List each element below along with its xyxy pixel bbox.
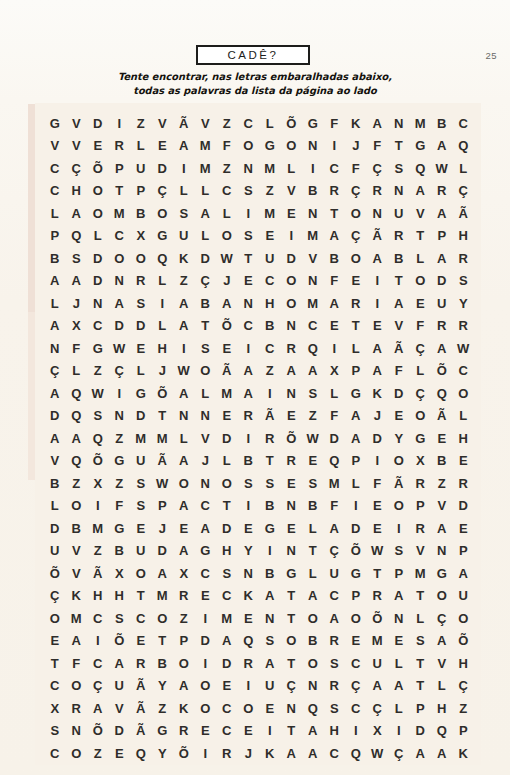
- grid-cell[interactable]: Z: [216, 157, 238, 180]
- grid-cell[interactable]: B: [324, 247, 346, 270]
- grid-cell[interactable]: E: [238, 270, 260, 293]
- grid-cell[interactable]: S: [388, 540, 410, 563]
- grid-cell[interactable]: D: [87, 112, 109, 135]
- grid-cell[interactable]: X: [173, 562, 195, 585]
- grid-cell[interactable]: S: [453, 270, 475, 293]
- grid-cell[interactable]: R: [173, 585, 195, 608]
- grid-cell[interactable]: S: [259, 472, 281, 495]
- grid-cell[interactable]: N: [109, 405, 131, 428]
- grid-cell[interactable]: S: [302, 472, 324, 495]
- grid-cell[interactable]: Õ: [87, 450, 109, 473]
- grid-cell[interactable]: A: [367, 360, 389, 383]
- grid-cell[interactable]: H: [66, 180, 88, 203]
- grid-cell[interactable]: B: [238, 450, 260, 473]
- grid-cell[interactable]: R: [281, 450, 303, 473]
- grid-cell[interactable]: A: [367, 112, 389, 135]
- grid-cell[interactable]: I: [238, 427, 260, 450]
- grid-cell[interactable]: M: [87, 517, 109, 540]
- grid-cell[interactable]: T: [195, 315, 217, 338]
- grid-cell[interactable]: A: [453, 562, 475, 585]
- grid-cell[interactable]: I: [109, 382, 131, 405]
- grid-cell[interactable]: W: [431, 157, 453, 180]
- grid-cell[interactable]: Z: [152, 697, 174, 720]
- grid-cell[interactable]: G: [109, 517, 131, 540]
- grid-cell[interactable]: O: [173, 652, 195, 675]
- grid-cell[interactable]: E: [345, 270, 367, 293]
- grid-cell[interactable]: L: [66, 360, 88, 383]
- grid-cell[interactable]: Õ: [281, 427, 303, 450]
- grid-cell[interactable]: O: [281, 135, 303, 158]
- grid-cell[interactable]: Õ: [87, 157, 109, 180]
- grid-cell[interactable]: O: [216, 225, 238, 248]
- grid-cell[interactable]: D: [410, 720, 432, 743]
- grid-cell[interactable]: A: [410, 742, 432, 765]
- grid-cell[interactable]: A: [324, 225, 346, 248]
- grid-cell[interactable]: U: [130, 450, 152, 473]
- grid-cell[interactable]: C: [87, 607, 109, 630]
- grid-cell[interactable]: O: [173, 472, 195, 495]
- grid-cell[interactable]: R: [453, 472, 475, 495]
- grid-cell[interactable]: Õ: [44, 562, 66, 585]
- grid-cell[interactable]: A: [173, 315, 195, 338]
- grid-cell[interactable]: J: [238, 742, 260, 765]
- grid-cell[interactable]: Q: [66, 382, 88, 405]
- grid-cell[interactable]: N: [195, 472, 217, 495]
- grid-cell[interactable]: O: [388, 495, 410, 518]
- grid-cell[interactable]: E: [410, 292, 432, 315]
- grid-cell[interactable]: W: [216, 247, 238, 270]
- grid-cell[interactable]: A: [216, 630, 238, 653]
- grid-cell[interactable]: Y: [238, 540, 260, 563]
- grid-cell[interactable]: A: [431, 202, 453, 225]
- grid-cell[interactable]: E: [281, 405, 303, 428]
- grid-cell[interactable]: M: [152, 427, 174, 450]
- grid-cell[interactable]: T: [281, 652, 303, 675]
- grid-cell[interactable]: M: [302, 292, 324, 315]
- grid-cell[interactable]: F: [66, 652, 88, 675]
- grid-cell[interactable]: I: [173, 157, 195, 180]
- grid-cell[interactable]: O: [66, 742, 88, 765]
- grid-cell[interactable]: D: [216, 652, 238, 675]
- grid-cell[interactable]: S: [44, 720, 66, 743]
- grid-cell[interactable]: S: [130, 495, 152, 518]
- grid-cell[interactable]: Z: [109, 427, 131, 450]
- grid-cell[interactable]: T: [388, 135, 410, 158]
- grid-cell[interactable]: B: [259, 315, 281, 338]
- grid-cell[interactable]: H: [259, 292, 281, 315]
- grid-cell[interactable]: Q: [152, 247, 174, 270]
- grid-cell[interactable]: A: [431, 247, 453, 270]
- grid-cell[interactable]: I: [238, 202, 260, 225]
- grid-cell[interactable]: B: [44, 472, 66, 495]
- grid-cell[interactable]: P: [130, 180, 152, 203]
- grid-cell[interactable]: L: [152, 315, 174, 338]
- grid-cell[interactable]: L: [195, 180, 217, 203]
- grid-cell[interactable]: B: [109, 540, 131, 563]
- grid-cell[interactable]: W: [367, 742, 389, 765]
- grid-cell[interactable]: R: [324, 675, 346, 698]
- grid-cell[interactable]: E: [130, 630, 152, 653]
- grid-cell[interactable]: S: [324, 652, 346, 675]
- grid-cell[interactable]: O: [302, 652, 324, 675]
- grid-cell[interactable]: Õ: [152, 382, 174, 405]
- grid-cell[interactable]: L: [453, 405, 475, 428]
- grid-cell[interactable]: L: [345, 472, 367, 495]
- grid-cell[interactable]: I: [259, 382, 281, 405]
- grid-cell[interactable]: Ã: [130, 720, 152, 743]
- grid-cell[interactable]: O: [130, 247, 152, 270]
- grid-cell[interactable]: L: [410, 607, 432, 630]
- grid-cell[interactable]: F: [410, 315, 432, 338]
- grid-cell[interactable]: L: [173, 180, 195, 203]
- grid-cell[interactable]: X: [44, 697, 66, 720]
- grid-cell[interactable]: S: [216, 562, 238, 585]
- grid-cell[interactable]: R: [130, 270, 152, 293]
- grid-cell[interactable]: H: [453, 225, 475, 248]
- grid-cell[interactable]: Y: [152, 675, 174, 698]
- grid-cell[interactable]: Z: [66, 472, 88, 495]
- grid-cell[interactable]: G: [195, 540, 217, 563]
- grid-cell[interactable]: I: [281, 225, 303, 248]
- grid-cell[interactable]: B: [302, 630, 324, 653]
- grid-cell[interactable]: Q: [66, 450, 88, 473]
- grid-cell[interactable]: D: [109, 315, 131, 338]
- grid-cell[interactable]: Ã: [431, 405, 453, 428]
- grid-cell[interactable]: T: [152, 630, 174, 653]
- grid-cell[interactable]: A: [259, 652, 281, 675]
- grid-cell[interactable]: N: [281, 382, 303, 405]
- grid-cell[interactable]: Ç: [431, 607, 453, 630]
- grid-cell[interactable]: Ã: [130, 697, 152, 720]
- grid-cell[interactable]: A: [66, 427, 88, 450]
- grid-cell[interactable]: B: [152, 652, 174, 675]
- grid-cell[interactable]: T: [109, 180, 131, 203]
- grid-cell[interactable]: E: [195, 585, 217, 608]
- grid-cell[interactable]: P: [173, 630, 195, 653]
- grid-cell[interactable]: M: [302, 225, 324, 248]
- grid-cell[interactable]: Ã: [130, 675, 152, 698]
- grid-cell[interactable]: P: [44, 225, 66, 248]
- grid-cell[interactable]: L: [410, 360, 432, 383]
- grid-cell[interactable]: Z: [130, 112, 152, 135]
- grid-cell[interactable]: M: [259, 157, 281, 180]
- grid-cell[interactable]: C: [453, 360, 475, 383]
- grid-cell[interactable]: O: [238, 135, 260, 158]
- grid-cell[interactable]: A: [281, 360, 303, 383]
- grid-cell[interactable]: B: [302, 180, 324, 203]
- grid-cell[interactable]: R: [410, 472, 432, 495]
- grid-cell[interactable]: K: [259, 742, 281, 765]
- grid-cell[interactable]: F: [324, 495, 346, 518]
- grid-cell[interactable]: H: [152, 337, 174, 360]
- grid-cell[interactable]: L: [44, 495, 66, 518]
- grid-cell[interactable]: S: [259, 630, 281, 653]
- grid-cell[interactable]: P: [410, 495, 432, 518]
- grid-cell[interactable]: A: [87, 697, 109, 720]
- grid-cell[interactable]: L: [87, 225, 109, 248]
- grid-cell[interactable]: W: [453, 337, 475, 360]
- grid-cell[interactable]: O: [345, 247, 367, 270]
- grid-cell[interactable]: E: [302, 450, 324, 473]
- grid-cell[interactable]: V: [44, 135, 66, 158]
- grid-cell[interactable]: G: [152, 225, 174, 248]
- grid-cell[interactable]: G: [130, 382, 152, 405]
- grid-cell[interactable]: E: [216, 337, 238, 360]
- grid-cell[interactable]: W: [173, 360, 195, 383]
- grid-cell[interactable]: W: [87, 382, 109, 405]
- grid-cell[interactable]: D: [87, 247, 109, 270]
- grid-cell[interactable]: H: [431, 697, 453, 720]
- grid-cell[interactable]: X: [324, 360, 346, 383]
- grid-cell[interactable]: A: [324, 607, 346, 630]
- grid-cell[interactable]: V: [195, 427, 217, 450]
- grid-cell[interactable]: R: [410, 517, 432, 540]
- grid-cell[interactable]: R: [453, 247, 475, 270]
- grid-cell[interactable]: I: [259, 720, 281, 743]
- grid-cell[interactable]: T: [345, 315, 367, 338]
- grid-cell[interactable]: A: [431, 630, 453, 653]
- grid-cell[interactable]: F: [324, 270, 346, 293]
- grid-cell[interactable]: M: [410, 112, 432, 135]
- grid-cell[interactable]: K: [367, 382, 389, 405]
- grid-cell[interactable]: O: [345, 202, 367, 225]
- grid-cell[interactable]: Õ: [367, 607, 389, 630]
- grid-cell[interactable]: T: [410, 652, 432, 675]
- grid-cell[interactable]: O: [195, 360, 217, 383]
- grid-cell[interactable]: Y: [453, 292, 475, 315]
- grid-cell[interactable]: C: [238, 315, 260, 338]
- grid-cell[interactable]: T: [238, 247, 260, 270]
- grid-cell[interactable]: A: [388, 675, 410, 698]
- grid-cell[interactable]: G: [259, 135, 281, 158]
- grid-cell[interactable]: P: [410, 697, 432, 720]
- grid-cell[interactable]: S: [324, 697, 346, 720]
- grid-cell[interactable]: Ã: [367, 225, 389, 248]
- grid-cell[interactable]: I: [87, 630, 109, 653]
- grid-cell[interactable]: V: [302, 247, 324, 270]
- grid-cell[interactable]: G: [431, 562, 453, 585]
- grid-cell[interactable]: A: [152, 562, 174, 585]
- grid-cell[interactable]: F: [109, 495, 131, 518]
- grid-cell[interactable]: L: [216, 202, 238, 225]
- grid-cell[interactable]: U: [388, 202, 410, 225]
- grid-cell[interactable]: K: [453, 742, 475, 765]
- grid-cell[interactable]: I: [152, 292, 174, 315]
- grid-cell[interactable]: Z: [87, 742, 109, 765]
- grid-cell[interactable]: P: [345, 450, 367, 473]
- grid-cell[interactable]: A: [324, 292, 346, 315]
- grid-cell[interactable]: P: [388, 562, 410, 585]
- grid-cell[interactable]: E: [173, 517, 195, 540]
- grid-cell[interactable]: C: [109, 225, 131, 248]
- grid-cell[interactable]: U: [259, 675, 281, 698]
- grid-cell[interactable]: R: [453, 315, 475, 338]
- grid-cell[interactable]: M: [195, 135, 217, 158]
- grid-cell[interactable]: O: [216, 472, 238, 495]
- grid-cell[interactable]: V: [109, 697, 131, 720]
- grid-cell[interactable]: N: [238, 157, 260, 180]
- grid-cell[interactable]: N: [388, 180, 410, 203]
- grid-cell[interactable]: P: [345, 585, 367, 608]
- grid-cell[interactable]: S: [173, 202, 195, 225]
- grid-cell[interactable]: I: [87, 495, 109, 518]
- grid-cell[interactable]: R: [367, 585, 389, 608]
- grid-cell[interactable]: L: [431, 675, 453, 698]
- grid-cell[interactable]: K: [66, 585, 88, 608]
- grid-cell[interactable]: Q: [302, 337, 324, 360]
- grid-cell[interactable]: Q: [324, 450, 346, 473]
- grid-cell[interactable]: I: [173, 337, 195, 360]
- grid-cell[interactable]: O: [281, 292, 303, 315]
- grid-cell[interactable]: K: [173, 247, 195, 270]
- grid-cell[interactable]: A: [367, 337, 389, 360]
- grid-cell[interactable]: R: [173, 720, 195, 743]
- grid-cell[interactable]: E: [87, 135, 109, 158]
- grid-cell[interactable]: Z: [302, 405, 324, 428]
- grid-cell[interactable]: H: [87, 585, 109, 608]
- grid-cell[interactable]: S: [130, 472, 152, 495]
- grid-cell[interactable]: V: [410, 202, 432, 225]
- grid-cell[interactable]: F: [324, 405, 346, 428]
- grid-cell[interactable]: N: [302, 202, 324, 225]
- grid-cell[interactable]: G: [345, 562, 367, 585]
- grid-cell[interactable]: G: [302, 112, 324, 135]
- grid-cell[interactable]: A: [44, 382, 66, 405]
- grid-cell[interactable]: A: [44, 315, 66, 338]
- grid-cell[interactable]: Õ: [216, 315, 238, 338]
- grid-cell[interactable]: N: [195, 405, 217, 428]
- grid-cell[interactable]: D: [367, 427, 389, 450]
- grid-cell[interactable]: L: [388, 697, 410, 720]
- grid-cell[interactable]: R: [324, 180, 346, 203]
- grid-cell[interactable]: B: [431, 112, 453, 135]
- grid-cell[interactable]: A: [259, 585, 281, 608]
- grid-cell[interactable]: Z: [216, 112, 238, 135]
- grid-cell[interactable]: E: [345, 630, 367, 653]
- grid-cell[interactable]: Õ: [453, 630, 475, 653]
- grid-cell[interactable]: I: [195, 607, 217, 630]
- grid-cell[interactable]: Q: [453, 135, 475, 158]
- grid-cell[interactable]: D: [324, 427, 346, 450]
- grid-cell[interactable]: A: [388, 585, 410, 608]
- grid-cell[interactable]: O: [281, 270, 303, 293]
- grid-cell[interactable]: I: [388, 720, 410, 743]
- grid-cell[interactable]: C: [453, 112, 475, 135]
- grid-cell[interactable]: Q: [410, 157, 432, 180]
- grid-cell[interactable]: V: [66, 112, 88, 135]
- grid-cell[interactable]: L: [216, 450, 238, 473]
- grid-cell[interactable]: R: [130, 652, 152, 675]
- grid-cell[interactable]: Ç: [453, 180, 475, 203]
- grid-cell[interactable]: V: [281, 180, 303, 203]
- grid-cell[interactable]: Z: [431, 472, 453, 495]
- grid-cell[interactable]: T: [410, 585, 432, 608]
- grid-cell[interactable]: C: [130, 607, 152, 630]
- grid-cell[interactable]: R: [281, 337, 303, 360]
- grid-cell[interactable]: N: [302, 135, 324, 158]
- grid-cell[interactable]: Ã: [152, 450, 174, 473]
- grid-cell[interactable]: A: [345, 405, 367, 428]
- grid-cell[interactable]: I: [238, 495, 260, 518]
- grid-cell[interactable]: G: [410, 135, 432, 158]
- grid-cell[interactable]: P: [345, 360, 367, 383]
- grid-cell[interactable]: A: [44, 270, 66, 293]
- grid-cell[interactable]: T: [410, 675, 432, 698]
- grid-cell[interactable]: C: [259, 270, 281, 293]
- grid-cell[interactable]: D: [195, 630, 217, 653]
- grid-cell[interactable]: R: [367, 180, 389, 203]
- grid-cell[interactable]: A: [66, 630, 88, 653]
- grid-cell[interactable]: Z: [109, 472, 131, 495]
- grid-cell[interactable]: F: [66, 337, 88, 360]
- grid-cell[interactable]: M: [152, 585, 174, 608]
- grid-cell[interactable]: A: [173, 382, 195, 405]
- grid-cell[interactable]: E: [453, 517, 475, 540]
- grid-cell[interactable]: D: [216, 517, 238, 540]
- grid-cell[interactable]: Ã: [259, 405, 281, 428]
- grid-cell[interactable]: B: [259, 495, 281, 518]
- grid-cell[interactable]: S: [302, 382, 324, 405]
- grid-cell[interactable]: O: [130, 562, 152, 585]
- grid-cell[interactable]: Ç: [109, 360, 131, 383]
- grid-cell[interactable]: A: [238, 360, 260, 383]
- grid-cell[interactable]: S: [109, 607, 131, 630]
- grid-cell[interactable]: U: [324, 562, 346, 585]
- grid-cell[interactable]: Ç: [367, 697, 389, 720]
- grid-cell[interactable]: Õ: [281, 112, 303, 135]
- grid-cell[interactable]: D: [195, 247, 217, 270]
- grid-cell[interactable]: O: [453, 607, 475, 630]
- grid-cell[interactable]: Z: [259, 360, 281, 383]
- grid-cell[interactable]: I: [367, 450, 389, 473]
- grid-cell[interactable]: P: [431, 225, 453, 248]
- grid-cell[interactable]: W: [302, 427, 324, 450]
- grid-cell[interactable]: U: [130, 540, 152, 563]
- grid-cell[interactable]: T: [302, 540, 324, 563]
- grid-cell[interactable]: L: [302, 517, 324, 540]
- grid-cell[interactable]: B: [44, 247, 66, 270]
- grid-cell[interactable]: F: [216, 135, 238, 158]
- grid-cell[interactable]: D: [388, 382, 410, 405]
- grid-cell[interactable]: E: [130, 517, 152, 540]
- grid-cell[interactable]: L: [410, 247, 432, 270]
- grid-cell[interactable]: V: [44, 450, 66, 473]
- grid-cell[interactable]: C: [216, 180, 238, 203]
- grid-cell[interactable]: P: [152, 495, 174, 518]
- grid-cell[interactable]: V: [431, 652, 453, 675]
- grid-cell[interactable]: A: [173, 292, 195, 315]
- grid-cell[interactable]: S: [87, 405, 109, 428]
- grid-cell[interactable]: N: [431, 540, 453, 563]
- grid-cell[interactable]: A: [173, 675, 195, 698]
- grid-cell[interactable]: N: [281, 495, 303, 518]
- grid-cell[interactable]: Ç: [44, 360, 66, 383]
- grid-cell[interactable]: R: [109, 135, 131, 158]
- grid-cell[interactable]: K: [345, 112, 367, 135]
- grid-cell[interactable]: J: [152, 517, 174, 540]
- grid-cell[interactable]: R: [345, 292, 367, 315]
- grid-cell[interactable]: N: [87, 292, 109, 315]
- grid-cell[interactable]: M: [195, 157, 217, 180]
- grid-cell[interactable]: N: [388, 112, 410, 135]
- grid-cell[interactable]: J: [367, 405, 389, 428]
- grid-cell[interactable]: A: [324, 517, 346, 540]
- grid-cell[interactable]: Q: [302, 697, 324, 720]
- grid-cell[interactable]: T: [388, 270, 410, 293]
- grid-cell[interactable]: I: [367, 270, 389, 293]
- grid-cell[interactable]: A: [109, 292, 131, 315]
- grid-cell[interactable]: O: [302, 607, 324, 630]
